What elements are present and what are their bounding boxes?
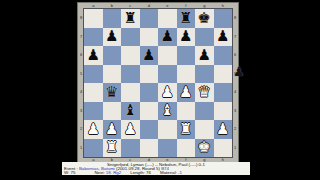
piece-black-pawn[interactable]: ♟ (105, 29, 118, 44)
rank-label-7: 7 (232, 28, 238, 47)
piece-white-rook[interactable]: ♜ (179, 122, 192, 137)
square-d4[interactable] (140, 83, 159, 102)
square-g4[interactable]: ♛ (195, 83, 214, 102)
square-f2[interactable]: ♜ (177, 120, 196, 139)
piece-black-rook[interactable]: ♜ (179, 11, 192, 26)
square-f3[interactable] (177, 102, 196, 121)
rank-label-2: 2 (232, 120, 238, 139)
square-b2[interactable]: ♟ (103, 120, 122, 139)
square-c1[interactable] (121, 139, 140, 158)
square-b5[interactable] (103, 65, 122, 84)
square-b4[interactable]: ♛ (103, 83, 122, 102)
square-h6[interactable] (214, 46, 233, 65)
square-d7[interactable] (140, 28, 159, 47)
piece-white-king[interactable]: ♚ (198, 140, 211, 155)
square-e2[interactable] (158, 120, 177, 139)
piece-white-queen[interactable]: ♛ (198, 85, 211, 100)
square-c4[interactable] (121, 83, 140, 102)
square-b1[interactable]: ♜ (103, 139, 122, 158)
square-e3[interactable]: ♝ (158, 102, 177, 121)
piece-black-pawn[interactable]: ♟ (198, 48, 211, 63)
piece-white-rook[interactable]: ♜ (105, 140, 118, 155)
square-f7[interactable]: ♟ (177, 28, 196, 47)
square-g7[interactable] (195, 28, 214, 47)
square-d3[interactable] (140, 102, 159, 121)
piece-white-bishop[interactable]: ♝ (161, 103, 174, 118)
piece-black-queen[interactable]: ♛ (105, 85, 118, 100)
square-a2[interactable]: ♟ (84, 120, 103, 139)
rank-label-3: 3 (232, 102, 238, 121)
square-a6[interactable]: ♟ (84, 46, 103, 65)
square-g1[interactable]: ♚ (195, 139, 214, 158)
piece-white-pawn[interactable]: ♟ (216, 122, 229, 137)
piece-black-pawn[interactable]: ♟ (161, 29, 174, 44)
square-f1[interactable] (177, 139, 196, 158)
piece-black-king[interactable]: ♚ (198, 11, 211, 26)
square-c3[interactable]: ♝ (121, 102, 140, 121)
next-move-label: Next: (94, 171, 105, 175)
square-g3[interactable] (195, 102, 214, 121)
square-a3[interactable] (84, 102, 103, 121)
square-c2[interactable]: ♟ (121, 120, 140, 139)
white-time: W: 75 (64, 171, 75, 175)
square-h5[interactable] (214, 65, 233, 84)
piece-black-pawn[interactable]: ♟ (216, 29, 229, 44)
status-line: W: 75Next: 18. Rg2Length: 76Material: -1 (62, 171, 250, 175)
chess-board: ♜♜♚♟♟♟♟♟♟♟♛♟♟♛♝♝♟♟♟♜♟♜♚ (84, 9, 232, 157)
square-g5[interactable] (195, 65, 214, 84)
piece-white-pawn[interactable]: ♟ (87, 122, 100, 137)
square-d5[interactable] (140, 65, 159, 84)
square-g6[interactable]: ♟ (195, 46, 214, 65)
square-h1[interactable] (214, 139, 233, 158)
piece-black-pawn[interactable]: ♟ (179, 29, 192, 44)
square-e8[interactable] (158, 9, 177, 28)
square-a7[interactable] (84, 28, 103, 47)
square-b8[interactable] (103, 9, 122, 28)
square-f6[interactable] (177, 46, 196, 65)
square-a5[interactable] (84, 65, 103, 84)
square-a4[interactable] (84, 83, 103, 102)
square-h7[interactable]: ♟ (214, 28, 233, 47)
square-f8[interactable]: ♜ (177, 9, 196, 28)
square-c5[interactable] (121, 65, 140, 84)
square-f5[interactable] (177, 65, 196, 84)
rank-label-8: 8 (232, 9, 238, 28)
square-e6[interactable] (158, 46, 177, 65)
square-d2[interactable] (140, 120, 159, 139)
rank-label-6: 6 (232, 46, 238, 65)
piece-white-pawn[interactable]: ♟ (124, 122, 137, 137)
game-length: Length: 76 (130, 171, 151, 175)
material-label: Material: (160, 171, 178, 175)
square-h8[interactable] (214, 9, 233, 28)
rank-labels-right: 87654321 (232, 9, 238, 157)
square-f4[interactable]: ♟ (177, 83, 196, 102)
square-h4[interactable] (214, 83, 233, 102)
square-c7[interactable] (121, 28, 140, 47)
square-g2[interactable] (195, 120, 214, 139)
square-d6[interactable]: ♟ (140, 46, 159, 65)
piece-black-pawn[interactable]: ♟ (87, 48, 100, 63)
piece-black-pawn[interactable]: ♟ (142, 48, 155, 63)
piece-black-rook[interactable]: ♜ (124, 11, 137, 26)
square-b3[interactable] (103, 102, 122, 121)
game-info-panel: Snigerfjord, Lyman (----) -- Nebolsin, P… (62, 162, 250, 175)
square-a8[interactable] (84, 9, 103, 28)
square-a1[interactable] (84, 139, 103, 158)
square-d8[interactable] (140, 9, 159, 28)
square-h3[interactable] (214, 102, 233, 121)
square-c6[interactable] (121, 46, 140, 65)
square-h2[interactable]: ♟ (214, 120, 233, 139)
rank-label-4: 4 (232, 83, 238, 102)
square-g8[interactable]: ♚ (195, 9, 214, 28)
chess-board-frame: abcdefgh 87654321 87654321 abcdefgh ♜♜♚♟… (78, 3, 238, 162)
material-indicator-black-pawn-icon: ♟ (233, 65, 245, 78)
square-e5[interactable] (158, 65, 177, 84)
piece-white-pawn[interactable]: ♟ (105, 122, 118, 137)
rank-label-1: 1 (232, 139, 238, 158)
square-d1[interactable] (140, 139, 159, 158)
material-value: -1 (178, 171, 182, 175)
square-c8[interactable]: ♜ (121, 9, 140, 28)
square-b6[interactable] (103, 46, 122, 65)
piece-black-bishop[interactable]: ♝ (124, 103, 137, 118)
square-e4[interactable]: ♟ (158, 83, 177, 102)
square-e1[interactable] (158, 139, 177, 158)
piece-white-pawn[interactable]: ♟ (161, 85, 174, 100)
next-move-value[interactable]: 18. Rg2 (106, 171, 121, 175)
square-e7[interactable]: ♟ (158, 28, 177, 47)
square-b7[interactable]: ♟ (103, 28, 122, 47)
piece-white-pawn[interactable]: ♟ (179, 85, 192, 100)
